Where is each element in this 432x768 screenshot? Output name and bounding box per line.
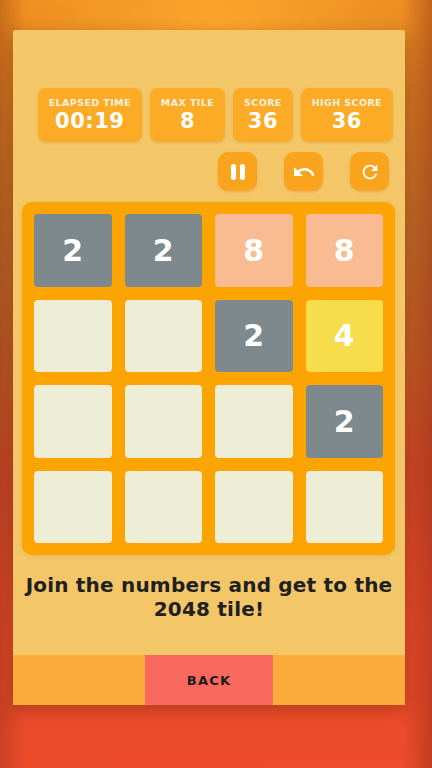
tile-empty [215,471,293,544]
stat-value: 36 [312,109,382,133]
phone-background: ELAPSED TIME 00:19 MAX TILE 8 SCORE 36 H… [0,0,432,768]
pause-icon [231,164,245,180]
stat-label: MAX TILE [161,97,214,108]
tile-empty [34,385,112,458]
tile-2: 2 [34,214,112,287]
board-grid[interactable]: 2288242 [22,202,395,555]
stats-row: ELAPSED TIME 00:19 MAX TILE 8 SCORE 36 H… [38,88,393,142]
tile-2: 2 [125,214,203,287]
stat-elapsed-time: ELAPSED TIME 00:19 [38,88,142,142]
stat-value: 8 [161,109,214,133]
tile-empty [125,300,203,373]
tile-empty [34,471,112,544]
stat-value: 36 [244,109,282,133]
tile-8: 8 [306,214,384,287]
tile-2: 2 [306,385,384,458]
footer-bar: BACK [13,655,405,705]
tile-empty [215,385,293,458]
stat-high-score: HIGH SCORE 36 [301,88,393,142]
tile-8: 8 [215,214,293,287]
stat-value: 00:19 [49,109,131,133]
tile-2: 2 [215,300,293,373]
tile-empty [125,471,203,544]
tile-empty [34,300,112,373]
undo-icon [292,160,316,184]
stat-label: ELAPSED TIME [49,97,131,108]
restart-button[interactable] [350,152,389,191]
pause-button[interactable] [218,152,257,191]
stat-label: HIGH SCORE [312,97,382,108]
stat-score: SCORE 36 [233,88,293,142]
instruction-text: Join the numbers and get to the 2048 til… [13,573,405,621]
restart-icon [359,161,381,183]
undo-button[interactable] [284,152,323,191]
tile-4: 4 [306,300,384,373]
tile-empty [125,385,203,458]
stat-label: SCORE [244,97,282,108]
back-button[interactable]: BACK [145,655,273,705]
stat-max-tile: MAX TILE 8 [150,88,225,142]
controls-row [218,152,389,191]
tile-empty [306,471,384,544]
game-screen: ELAPSED TIME 00:19 MAX TILE 8 SCORE 36 H… [13,30,405,705]
